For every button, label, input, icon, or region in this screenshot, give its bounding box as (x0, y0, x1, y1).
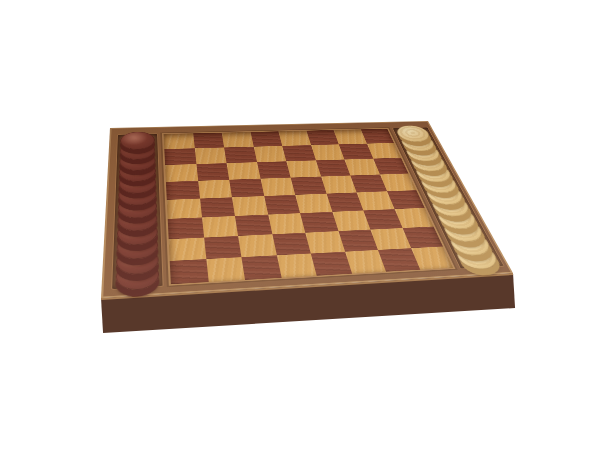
board-square (394, 208, 433, 228)
board-square (361, 129, 394, 144)
board-square (373, 158, 409, 175)
board-square (260, 178, 295, 196)
board-square (167, 199, 202, 219)
board-square (387, 190, 425, 209)
board-box-top (101, 121, 513, 298)
board-square (202, 216, 239, 238)
board-square (253, 146, 286, 162)
board-square (166, 181, 200, 200)
board-square (276, 253, 316, 277)
board-square (250, 131, 282, 146)
checkers-set-product-photo (0, 0, 600, 450)
board-square (164, 148, 196, 165)
board-square (380, 173, 417, 191)
board-square (224, 147, 257, 163)
board-square (198, 180, 232, 199)
board-square (200, 197, 235, 217)
board-square (165, 164, 198, 182)
board-square (264, 195, 300, 215)
board-square (170, 259, 209, 284)
board-square (238, 234, 276, 257)
board-square (367, 143, 401, 159)
board-square (169, 238, 206, 261)
board-square (268, 213, 306, 234)
board-square (168, 217, 204, 239)
board-square (227, 162, 261, 180)
board-square (257, 161, 291, 178)
board-square (229, 179, 264, 198)
board-square (222, 132, 254, 147)
board-square (164, 133, 195, 149)
board-square (204, 236, 242, 259)
board-square (196, 163, 229, 181)
board-square (206, 257, 245, 282)
board-square (194, 147, 226, 164)
board-square (272, 233, 311, 256)
board-square (235, 215, 272, 236)
board-square (232, 196, 268, 216)
board-square (241, 255, 281, 280)
board-square (193, 133, 224, 149)
